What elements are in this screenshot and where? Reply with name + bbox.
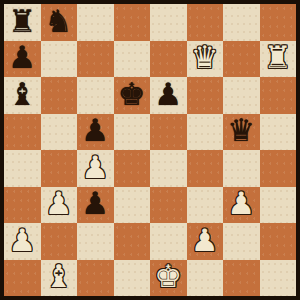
square-c2[interactable] [77,223,114,260]
square-e3[interactable] [150,187,187,224]
piece-black-pawn[interactable]: ♟ [81,188,109,219]
square-g3[interactable]: ♟ [223,187,260,224]
square-a4[interactable] [4,150,41,187]
square-e5[interactable] [150,114,187,151]
piece-white-pawn[interactable]: ♟ [81,152,109,183]
square-f6[interactable] [187,77,224,114]
square-g1[interactable] [223,260,260,297]
piece-white-pawn[interactable]: ♟ [8,225,36,256]
square-d7[interactable] [114,41,151,78]
square-e7[interactable] [150,41,187,78]
square-b5[interactable] [41,114,78,151]
square-g7[interactable] [223,41,260,78]
piece-black-bishop[interactable]: ♝ [8,79,36,110]
piece-black-king[interactable]: ♚ [118,79,146,110]
square-g5[interactable]: ♛ [223,114,260,151]
square-d1[interactable] [114,260,151,297]
square-a7[interactable]: ♟ [4,41,41,78]
square-b1[interactable]: ♝ [41,260,78,297]
square-e1[interactable]: ♚ [150,260,187,297]
square-g4[interactable] [223,150,260,187]
square-c8[interactable] [77,4,114,41]
square-a6[interactable]: ♝ [4,77,41,114]
square-d2[interactable] [114,223,151,260]
square-b8[interactable]: ♞ [41,4,78,41]
square-h1[interactable] [260,260,297,297]
square-h5[interactable] [260,114,297,151]
square-c7[interactable] [77,41,114,78]
square-f8[interactable] [187,4,224,41]
square-e4[interactable] [150,150,187,187]
square-f7[interactable]: ♛ [187,41,224,78]
square-h4[interactable] [260,150,297,187]
piece-black-pawn[interactable]: ♟ [154,79,182,110]
square-f5[interactable] [187,114,224,151]
square-h2[interactable] [260,223,297,260]
square-b6[interactable] [41,77,78,114]
piece-white-bishop[interactable]: ♝ [45,261,73,292]
square-d4[interactable] [114,150,151,187]
board-frame: ♜♞♟♛♜♝♚♟♟♛♟♟♟♟♟♟♝♚ [0,0,300,300]
piece-black-queen[interactable]: ♛ [227,115,255,146]
square-b4[interactable] [41,150,78,187]
square-f3[interactable] [187,187,224,224]
piece-black-knight[interactable]: ♞ [45,6,73,37]
square-a2[interactable]: ♟ [4,223,41,260]
piece-black-rook[interactable]: ♜ [8,6,36,37]
square-h3[interactable] [260,187,297,224]
piece-white-pawn[interactable]: ♟ [45,188,73,219]
square-e8[interactable] [150,4,187,41]
chess-board: ♜♞♟♛♜♝♚♟♟♛♟♟♟♟♟♟♝♚ [4,4,296,296]
piece-black-pawn[interactable]: ♟ [8,42,36,73]
square-d3[interactable] [114,187,151,224]
piece-black-pawn[interactable]: ♟ [81,115,109,146]
piece-white-pawn[interactable]: ♟ [191,225,219,256]
square-c4[interactable]: ♟ [77,150,114,187]
square-a1[interactable] [4,260,41,297]
square-a8[interactable]: ♜ [4,4,41,41]
square-b3[interactable]: ♟ [41,187,78,224]
square-a5[interactable] [4,114,41,151]
square-c3[interactable]: ♟ [77,187,114,224]
square-b2[interactable] [41,223,78,260]
square-e2[interactable] [150,223,187,260]
piece-white-queen[interactable]: ♛ [191,42,219,73]
square-c5[interactable]: ♟ [77,114,114,151]
square-g6[interactable] [223,77,260,114]
square-h8[interactable] [260,4,297,41]
square-h6[interactable] [260,77,297,114]
square-g2[interactable] [223,223,260,260]
square-d6[interactable]: ♚ [114,77,151,114]
square-f4[interactable] [187,150,224,187]
square-c6[interactable] [77,77,114,114]
square-a3[interactable] [4,187,41,224]
square-g8[interactable] [223,4,260,41]
square-d5[interactable] [114,114,151,151]
square-d8[interactable] [114,4,151,41]
square-e6[interactable]: ♟ [150,77,187,114]
piece-white-king[interactable]: ♚ [154,261,182,292]
square-f1[interactable] [187,260,224,297]
square-h7[interactable]: ♜ [260,41,297,78]
piece-white-rook[interactable]: ♜ [264,42,292,73]
square-f2[interactable]: ♟ [187,223,224,260]
square-b7[interactable] [41,41,78,78]
square-c1[interactable] [77,260,114,297]
piece-white-pawn[interactable]: ♟ [227,188,255,219]
